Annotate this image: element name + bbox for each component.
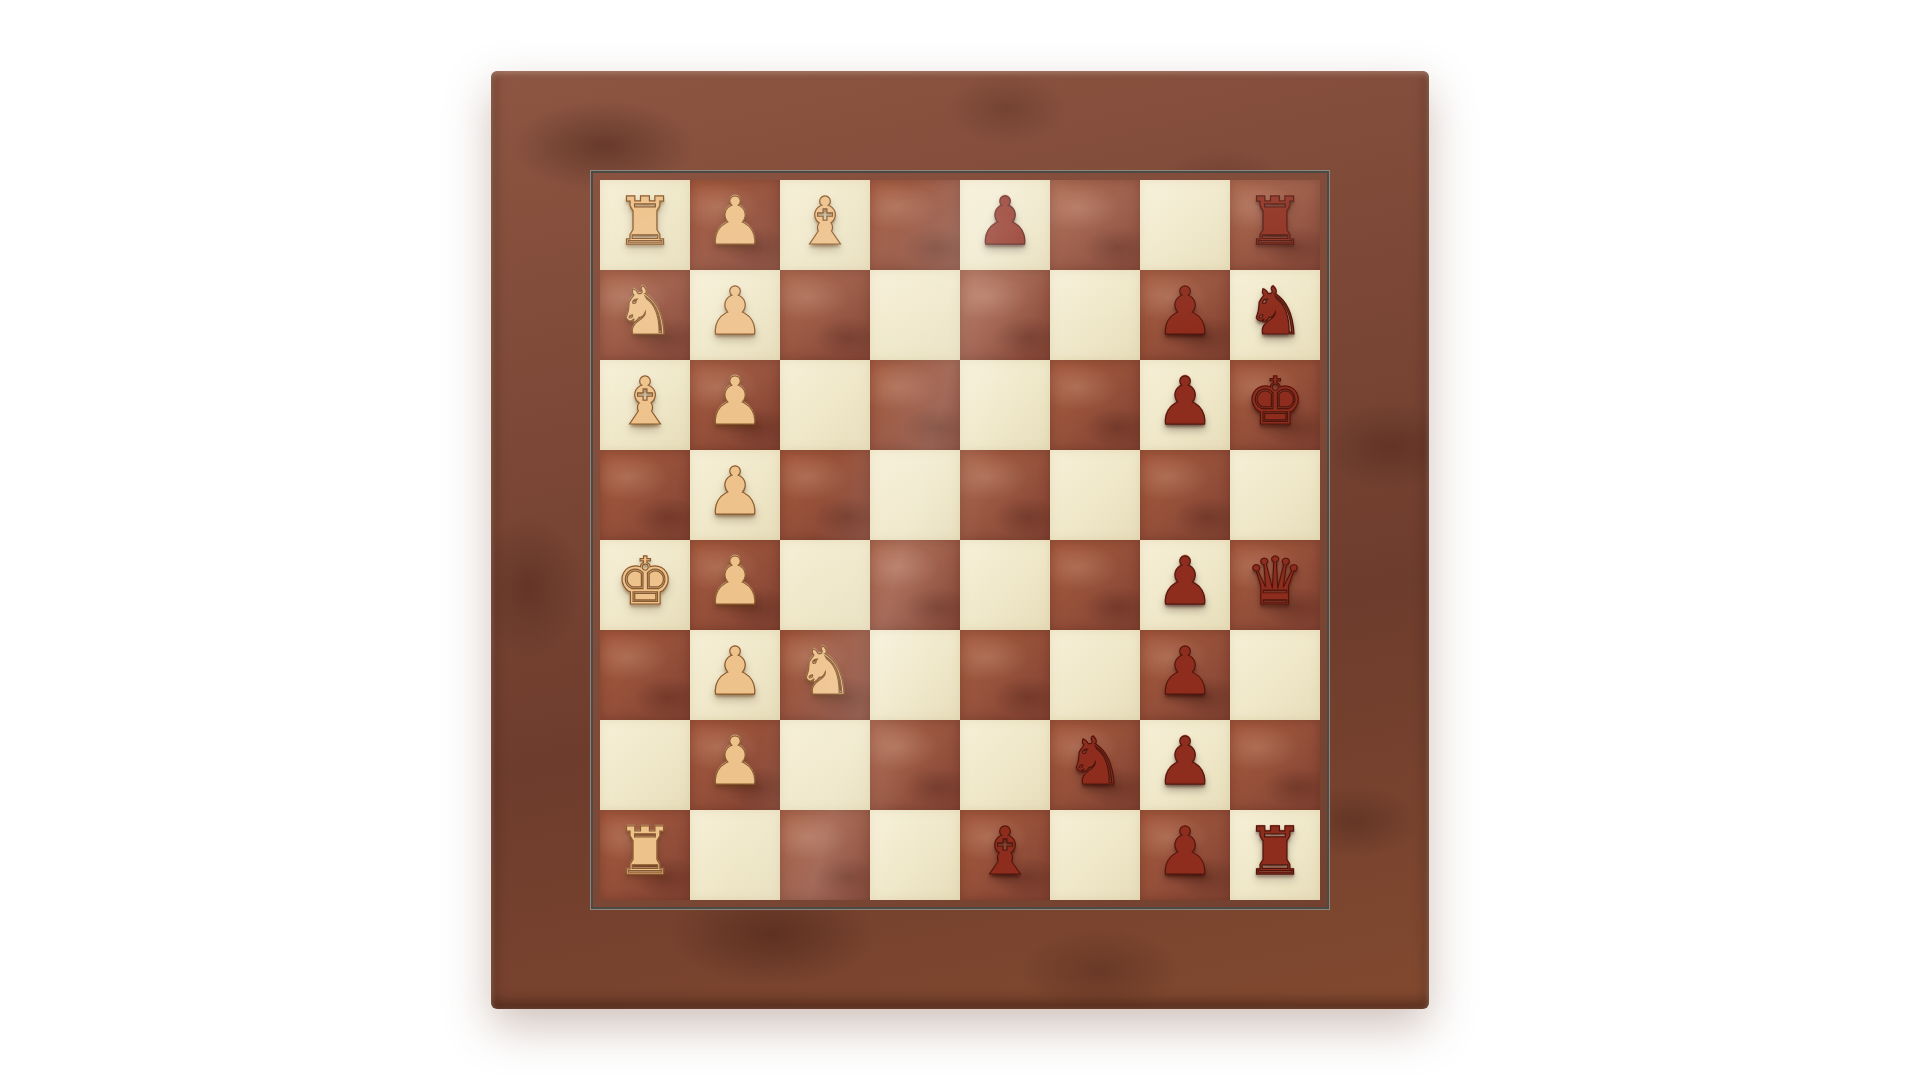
square-g2: ♟ (690, 720, 780, 810)
piece-red-pawn-b7: ♟ (1155, 279, 1214, 345)
piece-white-rook-a1: ♜ (615, 189, 674, 255)
square-d4 (870, 450, 960, 540)
square-f3: ♞ (780, 630, 870, 720)
square-h2 (690, 810, 780, 900)
square-f4 (870, 630, 960, 720)
square-d6 (1050, 450, 1140, 540)
square-e3 (780, 540, 870, 630)
square-b5 (960, 270, 1050, 360)
square-c3 (780, 360, 870, 450)
square-f1 (600, 630, 690, 720)
piece-red-pawn-a5: ♟ (975, 189, 1034, 255)
piece-white-bishop-c1: ♝ (615, 369, 674, 435)
piece-red-king-c8: ♚ (1245, 369, 1304, 435)
square-g1 (600, 720, 690, 810)
square-g4 (870, 720, 960, 810)
square-b2: ♟ (690, 270, 780, 360)
piece-red-rook-h8: ♜ (1245, 819, 1304, 885)
piece-white-bishop-a3: ♝ (795, 189, 854, 255)
square-b8: ♞ (1230, 270, 1320, 360)
product-photo-scene: ♜♟♝♟♜♞♟♟♞♝♟♟♚♟♚♟♟♛♟♞♟♟♞♟♜♝♟♜ (0, 0, 1920, 1080)
square-c6 (1050, 360, 1140, 450)
square-e2: ♟ (690, 540, 780, 630)
square-a3: ♝ (780, 180, 870, 270)
piece-red-pawn-g7: ♟ (1155, 729, 1214, 795)
square-e4 (870, 540, 960, 630)
square-g8 (1230, 720, 1320, 810)
square-a4 (870, 180, 960, 270)
square-d7 (1140, 450, 1230, 540)
square-c2: ♟ (690, 360, 780, 450)
piece-white-pawn-g2: ♟ (705, 729, 764, 795)
square-a5: ♟ (960, 180, 1050, 270)
piece-red-knight-b8: ♞ (1245, 279, 1304, 345)
square-b1: ♞ (600, 270, 690, 360)
square-c5 (960, 360, 1050, 450)
square-c7: ♟ (1140, 360, 1230, 450)
square-e6 (1050, 540, 1140, 630)
square-e7: ♟ (1140, 540, 1230, 630)
square-h3 (780, 810, 870, 900)
square-e1: ♚ (600, 540, 690, 630)
square-h5: ♝ (960, 810, 1050, 900)
square-d5 (960, 450, 1050, 540)
piece-red-queen-e8: ♛ (1245, 549, 1304, 615)
square-g5 (960, 720, 1050, 810)
square-a2: ♟ (690, 180, 780, 270)
piece-white-pawn-b2: ♟ (705, 279, 764, 345)
piece-white-pawn-c2: ♟ (705, 369, 764, 435)
square-g7: ♟ (1140, 720, 1230, 810)
piece-red-pawn-e7: ♟ (1155, 549, 1214, 615)
piece-white-rook-h1: ♜ (615, 819, 674, 885)
piece-white-pawn-a2: ♟ (705, 189, 764, 255)
square-b6 (1050, 270, 1140, 360)
square-e8: ♛ (1230, 540, 1320, 630)
square-a6 (1050, 180, 1140, 270)
square-a8: ♜ (1230, 180, 1320, 270)
square-d2: ♟ (690, 450, 780, 540)
square-f7: ♟ (1140, 630, 1230, 720)
chess-board: ♜♟♝♟♜♞♟♟♞♝♟♟♚♟♚♟♟♛♟♞♟♟♞♟♜♝♟♜ (600, 180, 1320, 900)
piece-red-pawn-f7: ♟ (1155, 639, 1214, 705)
piece-red-pawn-c7: ♟ (1155, 369, 1214, 435)
piece-red-knight-g6: ♞ (1065, 729, 1124, 795)
square-c8: ♚ (1230, 360, 1320, 450)
square-a1: ♜ (600, 180, 690, 270)
square-d3 (780, 450, 870, 540)
piece-red-rook-a8: ♜ (1245, 189, 1304, 255)
square-g6: ♞ (1050, 720, 1140, 810)
square-h4 (870, 810, 960, 900)
piece-white-knight-f3: ♞ (795, 639, 854, 705)
square-b4 (870, 270, 960, 360)
square-f6 (1050, 630, 1140, 720)
square-d1 (600, 450, 690, 540)
square-a7 (1140, 180, 1230, 270)
square-g3 (780, 720, 870, 810)
board-frame: ♜♟♝♟♜♞♟♟♞♝♟♟♚♟♚♟♟♛♟♞♟♟♞♟♜♝♟♜ (491, 71, 1429, 1009)
square-h1: ♜ (600, 810, 690, 900)
square-f8 (1230, 630, 1320, 720)
piece-white-king-e1: ♚ (615, 549, 674, 615)
square-d8 (1230, 450, 1320, 540)
piece-white-pawn-e2: ♟ (705, 549, 764, 615)
piece-red-bishop-h5: ♝ (975, 819, 1034, 885)
square-f5 (960, 630, 1050, 720)
square-h6 (1050, 810, 1140, 900)
square-f2: ♟ (690, 630, 780, 720)
square-c1: ♝ (600, 360, 690, 450)
square-b3 (780, 270, 870, 360)
piece-white-knight-b1: ♞ (615, 279, 674, 345)
piece-white-pawn-f2: ♟ (705, 639, 764, 705)
square-h8: ♜ (1230, 810, 1320, 900)
piece-red-pawn-h7: ♟ (1155, 819, 1214, 885)
square-b7: ♟ (1140, 270, 1230, 360)
piece-white-pawn-d2: ♟ (705, 459, 764, 525)
square-h7: ♟ (1140, 810, 1230, 900)
board-fillet-line: ♜♟♝♟♜♞♟♟♞♝♟♟♚♟♚♟♟♛♟♞♟♟♞♟♜♝♟♜ (591, 171, 1329, 909)
square-c4 (870, 360, 960, 450)
square-e5 (960, 540, 1050, 630)
